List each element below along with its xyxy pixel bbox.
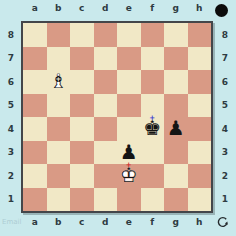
white-bishop[interactable]: ♝♗ xyxy=(47,70,71,94)
rank-label-5: 5 xyxy=(218,94,232,118)
square-g5[interactable] xyxy=(164,94,188,118)
file-label-g: g xyxy=(164,217,188,231)
square-g2[interactable] xyxy=(164,164,188,188)
file-label-h: h xyxy=(188,217,212,231)
rank-label-2: 2 xyxy=(218,164,232,188)
square-g7[interactable] xyxy=(164,47,188,71)
rank-label-4: 4 xyxy=(4,117,18,141)
watermark-text: Email xyxy=(2,218,21,226)
square-h2[interactable] xyxy=(188,164,212,188)
file-label-e: e xyxy=(117,217,141,231)
file-label-d: d xyxy=(94,217,118,231)
square-c4[interactable] xyxy=(70,117,94,141)
square-h4[interactable] xyxy=(188,117,212,141)
square-a4[interactable] xyxy=(23,117,47,141)
file-labels-bottom: abcdefgh xyxy=(23,217,211,231)
square-h1[interactable] xyxy=(188,188,212,212)
square-h3[interactable] xyxy=(188,141,212,165)
square-a5[interactable] xyxy=(23,94,47,118)
rank-label-8: 8 xyxy=(218,23,232,47)
file-label-d: d xyxy=(94,3,118,17)
square-a1[interactable] xyxy=(23,188,47,212)
rank-label-8: 8 xyxy=(4,23,18,47)
square-e1[interactable] xyxy=(117,188,141,212)
square-e5[interactable] xyxy=(117,94,141,118)
square-b7[interactable] xyxy=(47,47,71,71)
square-g1[interactable] xyxy=(164,188,188,212)
file-label-f: f xyxy=(141,217,165,231)
square-a2[interactable] xyxy=(23,164,47,188)
square-b5[interactable] xyxy=(47,94,71,118)
square-f6[interactable] xyxy=(141,70,165,94)
square-d7[interactable] xyxy=(94,47,118,71)
square-g4[interactable]: ♟ xyxy=(164,117,188,141)
square-c2[interactable] xyxy=(70,164,94,188)
white-king[interactable]: ♚♔+ xyxy=(117,164,141,188)
square-h8[interactable] xyxy=(188,23,212,47)
square-b3[interactable] xyxy=(47,141,71,165)
file-label-b: b xyxy=(47,217,71,231)
rank-label-3: 3 xyxy=(218,141,232,165)
file-label-h: h xyxy=(188,3,212,17)
square-a7[interactable] xyxy=(23,47,47,71)
square-e4[interactable] xyxy=(117,117,141,141)
square-g6[interactable] xyxy=(164,70,188,94)
square-a3[interactable] xyxy=(23,141,47,165)
rank-label-7: 7 xyxy=(218,47,232,71)
square-a6[interactable] xyxy=(23,70,47,94)
square-g3[interactable] xyxy=(164,141,188,165)
square-d5[interactable] xyxy=(94,94,118,118)
square-h6[interactable] xyxy=(188,70,212,94)
pawn-glyph: ♟ xyxy=(164,117,188,141)
rank-label-3: 3 xyxy=(4,141,18,165)
square-e6[interactable] xyxy=(117,70,141,94)
rank-labels-right: 87654321 xyxy=(218,23,232,211)
chess-diagram: abcdefgh abcdefgh 87654321 87654321 ♝♗♚+… xyxy=(0,0,236,236)
square-d4[interactable] xyxy=(94,117,118,141)
rank-label-7: 7 xyxy=(4,47,18,71)
square-e8[interactable] xyxy=(117,23,141,47)
square-b2[interactable] xyxy=(47,164,71,188)
rank-label-6: 6 xyxy=(218,70,232,94)
square-b1[interactable] xyxy=(47,188,71,212)
square-f7[interactable] xyxy=(141,47,165,71)
file-label-c: c xyxy=(70,3,94,17)
square-f1[interactable] xyxy=(141,188,165,212)
square-c3[interactable] xyxy=(70,141,94,165)
square-f4[interactable]: ♚+ xyxy=(141,117,165,141)
square-d6[interactable] xyxy=(94,70,118,94)
bishop-outline-glyph: ♗ xyxy=(47,70,71,94)
square-d1[interactable] xyxy=(94,188,118,212)
square-c5[interactable] xyxy=(70,94,94,118)
file-labels-top: abcdefgh xyxy=(23,3,211,17)
square-h7[interactable] xyxy=(188,47,212,71)
square-f8[interactable] xyxy=(141,23,165,47)
rotate-board-icon[interactable] xyxy=(214,214,230,230)
square-a8[interactable] xyxy=(23,23,47,47)
black-king-cross-accent: + xyxy=(149,115,155,122)
rank-label-1: 1 xyxy=(4,188,18,212)
square-b4[interactable] xyxy=(47,117,71,141)
black-to-move-indicator xyxy=(215,4,228,17)
square-d8[interactable] xyxy=(94,23,118,47)
chess-board[interactable]: ♝♗♚+♟♟♚♔+ xyxy=(21,21,213,213)
file-label-e: e xyxy=(117,3,141,17)
black-pawn[interactable]: ♟ xyxy=(164,117,188,141)
square-b6[interactable]: ♝♗ xyxy=(47,70,71,94)
square-f2[interactable] xyxy=(141,164,165,188)
black-king[interactable]: ♚+ xyxy=(141,117,165,141)
square-c7[interactable] xyxy=(70,47,94,71)
rank-label-6: 6 xyxy=(4,70,18,94)
square-c6[interactable] xyxy=(70,70,94,94)
square-d2[interactable] xyxy=(94,164,118,188)
file-label-f: f xyxy=(141,3,165,17)
white-king-cross-accent: + xyxy=(126,162,132,169)
file-label-c: c xyxy=(70,217,94,231)
square-b8[interactable] xyxy=(47,23,71,47)
rank-label-5: 5 xyxy=(4,94,18,118)
file-label-g: g xyxy=(164,3,188,17)
rank-label-1: 1 xyxy=(218,188,232,212)
square-h5[interactable] xyxy=(188,94,212,118)
square-c1[interactable] xyxy=(70,188,94,212)
file-label-a: a xyxy=(23,217,47,231)
square-e7[interactable] xyxy=(117,47,141,71)
square-f3[interactable] xyxy=(141,141,165,165)
square-g8[interactable] xyxy=(164,23,188,47)
file-label-a: a xyxy=(23,3,47,17)
rank-label-2: 2 xyxy=(4,164,18,188)
square-e2[interactable]: ♚♔+ xyxy=(117,164,141,188)
square-c8[interactable] xyxy=(70,23,94,47)
file-label-b: b xyxy=(47,3,71,17)
rank-labels-left: 87654321 xyxy=(4,23,18,211)
square-d3[interactable] xyxy=(94,141,118,165)
rank-label-4: 4 xyxy=(218,117,232,141)
